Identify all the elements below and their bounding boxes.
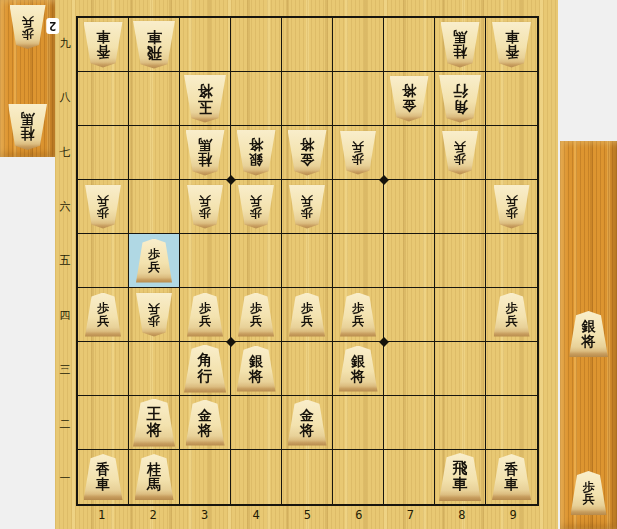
square-7一[interactable]	[384, 450, 435, 504]
piece-knight-gote[interactable]: 桂馬	[135, 454, 174, 500]
piece-silver-gote[interactable]: 銀将	[339, 346, 378, 392]
square-7五[interactable]	[384, 234, 435, 288]
piece-pawn-sente[interactable]: 歩兵	[494, 185, 530, 229]
piece-king-gote[interactable]: 王将	[133, 399, 175, 447]
shogi-app: 九八七六五四三二一 123456789 香車飛車桂馬香車玉将金将角行桂馬銀将金将…	[0, 0, 617, 529]
square-1七[interactable]	[78, 126, 129, 180]
piece-knight-sente[interactable]: 桂馬	[186, 130, 225, 176]
piece-pawn-gote[interactable]: 歩兵	[238, 293, 274, 337]
piece-lance-sente[interactable]: 香車	[84, 22, 123, 68]
piece-pawn-sente[interactable]: 歩兵	[187, 185, 223, 229]
square-6八[interactable]	[333, 72, 384, 126]
piece-king-jeweled-sente[interactable]: 玉将	[184, 75, 226, 123]
piece-gold-gote[interactable]: 金将	[288, 400, 327, 446]
file-label: 1	[76, 508, 127, 526]
square-9八[interactable]	[486, 72, 537, 126]
hand-slot-sente: 歩兵2	[10, 5, 46, 49]
piece-silver-gote[interactable]: 銀将	[569, 311, 608, 357]
piece-pawn-sente[interactable]: 歩兵	[442, 131, 478, 175]
square-4一[interactable]	[231, 450, 282, 504]
file-label: 2	[127, 508, 178, 526]
piece-pawn-gote[interactable]: 歩兵	[187, 293, 223, 337]
square-6四[interactable]: 歩兵	[333, 288, 384, 342]
square-5九[interactable]	[282, 18, 333, 72]
square-2九[interactable]: 飛車	[129, 18, 180, 72]
square-3八[interactable]: 玉将	[180, 72, 231, 126]
square-4三[interactable]: 銀将	[231, 342, 282, 396]
square-8七[interactable]: 歩兵	[435, 126, 486, 180]
square-7六[interactable]	[384, 180, 435, 234]
square-2八[interactable]	[129, 72, 180, 126]
file-label: 7	[385, 508, 436, 526]
piece-silver-sente[interactable]: 銀将	[237, 130, 276, 176]
square-6一[interactable]	[333, 450, 384, 504]
square-3六[interactable]: 歩兵	[180, 180, 231, 234]
square-3五[interactable]	[180, 234, 231, 288]
piece-pawn-gote[interactable]: 歩兵	[494, 293, 530, 337]
square-9九[interactable]: 香車	[486, 18, 537, 72]
piece-pawn-sente[interactable]: 歩兵	[85, 185, 121, 229]
rank-label: 三	[55, 343, 75, 397]
square-6五[interactable]	[333, 234, 384, 288]
piece-pawn-sente[interactable]: 歩兵	[340, 131, 376, 175]
piece-pawn-sente[interactable]: 歩兵	[289, 185, 325, 229]
square-9六[interactable]: 歩兵	[486, 180, 537, 234]
square-7八[interactable]: 金将	[384, 72, 435, 126]
square-5二[interactable]: 金将	[282, 396, 333, 450]
square-7三[interactable]	[384, 342, 435, 396]
square-7九[interactable]	[384, 18, 435, 72]
piece-lance-gote[interactable]: 香車	[492, 454, 531, 500]
piece-lance-gote[interactable]: 香車	[84, 454, 123, 500]
square-3一[interactable]	[180, 450, 231, 504]
square-4二[interactable]	[231, 396, 282, 450]
square-1一[interactable]: 香車	[78, 450, 129, 504]
rank-label: 七	[55, 125, 75, 179]
hand-slot-gote: 銀将	[569, 311, 608, 357]
square-2四[interactable]: 歩兵	[129, 288, 180, 342]
square-2五[interactable]: 歩兵	[129, 234, 180, 288]
piece-pawn-sente[interactable]: 歩兵	[10, 5, 46, 49]
file-label: 5	[282, 508, 333, 526]
rank-label: 六	[55, 179, 75, 233]
square-1九[interactable]: 香車	[78, 18, 129, 72]
rank-label: 一	[55, 452, 75, 506]
piece-knight-sente[interactable]: 桂馬	[441, 22, 480, 68]
piece-pawn-sente[interactable]: 歩兵	[238, 185, 274, 229]
square-7七[interactable]	[384, 126, 435, 180]
square-6七[interactable]: 歩兵	[333, 126, 384, 180]
square-8六[interactable]	[435, 180, 486, 234]
square-3四[interactable]: 歩兵	[180, 288, 231, 342]
piece-pawn-gote[interactable]: 歩兵	[289, 293, 325, 337]
square-4六[interactable]: 歩兵	[231, 180, 282, 234]
square-3二[interactable]: 金将	[180, 396, 231, 450]
piece-knight-sente[interactable]: 桂馬	[8, 104, 47, 150]
hand-count-badge: 2	[46, 18, 59, 34]
piece-pawn-gote[interactable]: 歩兵	[136, 239, 172, 283]
square-2三[interactable]	[129, 342, 180, 396]
rank-label: 五	[55, 234, 75, 288]
gote-hand-stand: 銀将歩兵	[560, 141, 617, 529]
square-4四[interactable]: 歩兵	[231, 288, 282, 342]
square-5三[interactable]	[282, 342, 333, 396]
square-9五[interactable]	[486, 234, 537, 288]
square-8八[interactable]: 角行	[435, 72, 486, 126]
square-5五[interactable]	[282, 234, 333, 288]
square-2二[interactable]: 王将	[129, 396, 180, 450]
square-1三[interactable]	[78, 342, 129, 396]
piece-pawn-gote[interactable]: 歩兵	[340, 293, 376, 337]
square-9二[interactable]	[486, 396, 537, 450]
piece-rook-gote[interactable]: 飛車	[439, 453, 481, 501]
square-3九[interactable]	[180, 18, 231, 72]
square-6三[interactable]: 銀将	[333, 342, 384, 396]
piece-rook-sente[interactable]: 飛車	[133, 21, 175, 69]
square-6九[interactable]	[333, 18, 384, 72]
square-2六[interactable]	[129, 180, 180, 234]
square-3七[interactable]: 桂馬	[180, 126, 231, 180]
square-8九[interactable]: 桂馬	[435, 18, 486, 72]
piece-lance-sente[interactable]: 香車	[492, 22, 531, 68]
piece-gold-gote[interactable]: 金将	[186, 400, 225, 446]
square-5一[interactable]	[282, 450, 333, 504]
square-4九[interactable]	[231, 18, 282, 72]
square-2七[interactable]	[129, 126, 180, 180]
square-1四[interactable]: 歩兵	[78, 288, 129, 342]
square-8三[interactable]	[435, 342, 486, 396]
file-label: 8	[436, 508, 487, 526]
sente-hand-stand: 歩兵2桂馬	[0, 0, 55, 157]
square-1五[interactable]	[78, 234, 129, 288]
piece-bishop-gote[interactable]: 角行	[184, 345, 226, 393]
square-4五[interactable]	[231, 234, 282, 288]
square-1二[interactable]	[78, 396, 129, 450]
rank-label: 八	[55, 70, 75, 124]
square-5八[interactable]	[282, 72, 333, 126]
file-label: 6	[333, 508, 384, 526]
square-8五[interactable]	[435, 234, 486, 288]
square-7二[interactable]	[384, 396, 435, 450]
square-9七[interactable]	[486, 126, 537, 180]
square-5七[interactable]: 金将	[282, 126, 333, 180]
square-4八[interactable]	[231, 72, 282, 126]
hand-slot-gote: 歩兵	[571, 471, 607, 515]
square-6六[interactable]	[333, 180, 384, 234]
piece-pawn-gote[interactable]: 歩兵	[85, 293, 121, 337]
square-1六[interactable]: 歩兵	[78, 180, 129, 234]
square-9三[interactable]	[486, 342, 537, 396]
piece-gold-sente[interactable]: 金将	[288, 130, 327, 176]
square-4七[interactable]: 銀将	[231, 126, 282, 180]
square-3三[interactable]: 角行	[180, 342, 231, 396]
rank-label: 四	[55, 288, 75, 342]
file-label: 3	[179, 508, 230, 526]
file-label: 4	[230, 508, 281, 526]
square-2一[interactable]: 桂馬	[129, 450, 180, 504]
square-9一[interactable]: 香車	[486, 450, 537, 504]
square-8二[interactable]	[435, 396, 486, 450]
piece-gold-sente[interactable]: 金将	[390, 76, 429, 122]
piece-bishop-sente[interactable]: 角行	[439, 75, 481, 123]
square-8一[interactable]: 飛車	[435, 450, 486, 504]
rank-labels: 九八七六五四三二一	[55, 16, 75, 506]
hand-slot-sente: 桂馬	[8, 104, 47, 150]
piece-pawn-gote[interactable]: 歩兵	[571, 471, 607, 515]
rank-label: 二	[55, 397, 75, 451]
file-labels: 123456789	[76, 508, 539, 526]
square-8四[interactable]	[435, 288, 486, 342]
square-5四[interactable]: 歩兵	[282, 288, 333, 342]
square-5六[interactable]: 歩兵	[282, 180, 333, 234]
piece-pawn-sente[interactable]: 歩兵	[136, 293, 172, 337]
square-6二[interactable]	[333, 396, 384, 450]
piece-silver-gote[interactable]: 銀将	[237, 346, 276, 392]
square-7四[interactable]	[384, 288, 435, 342]
file-label: 9	[488, 508, 539, 526]
square-1八[interactable]	[78, 72, 129, 126]
square-9四[interactable]: 歩兵	[486, 288, 537, 342]
shogi-board-grid: 香車飛車桂馬香車玉将金将角行桂馬銀将金将歩兵歩兵歩兵歩兵歩兵歩兵歩兵歩兵歩兵歩兵…	[76, 16, 539, 506]
